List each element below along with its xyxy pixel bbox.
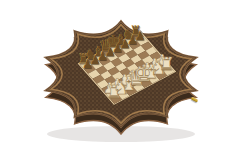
chess-set-product-photo[interactable]: ♜♞♝♛♚♝♞♜♟♟♟♟♟♟♟♟♟♟♟♟♟♟♟♟♜♞♝♛♚♝♞♜ (0, 0, 240, 150)
